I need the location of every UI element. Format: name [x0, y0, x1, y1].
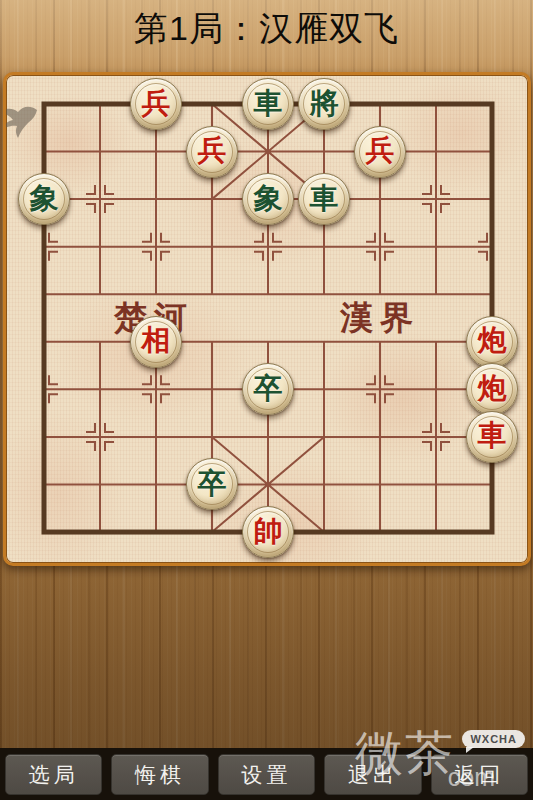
piece-char: 卒	[198, 469, 227, 498]
xiangqi-app: 第1局：汉雁双飞 楚河 漢界 兵車將兵兵象象車相炮卒炮車卒帥 选局 悔棋 设置 …	[0, 0, 533, 800]
piece-char: 帥	[254, 517, 283, 546]
piece-char: 炮	[478, 374, 507, 403]
piece-char: 兵	[142, 89, 171, 118]
piece-char: 卒	[254, 374, 283, 403]
piece-char: 象	[30, 184, 59, 213]
exit-button[interactable]: 退出	[324, 754, 421, 795]
piece-red-soldier[interactable]: 兵	[354, 126, 406, 178]
piece-char: 將	[310, 89, 339, 118]
piece-red-soldier[interactable]: 兵	[186, 126, 238, 178]
piece-black-general[interactable]: 將	[298, 78, 350, 130]
piece-black-elephant[interactable]: 象	[18, 173, 70, 225]
piece-char: 車	[310, 184, 339, 213]
settings-button[interactable]: 设置	[218, 754, 315, 795]
piece-black-soldier[interactable]: 卒	[186, 458, 238, 510]
piece-black-chariot[interactable]: 車	[298, 173, 350, 225]
piece-black-elephant[interactable]: 象	[242, 173, 294, 225]
piece-char: 兵	[366, 136, 395, 165]
piece-char: 象	[254, 184, 283, 213]
piece-red-general[interactable]: 帥	[242, 506, 294, 558]
piece-red-soldier[interactable]: 兵	[130, 78, 182, 130]
select-game-button[interactable]: 选局	[5, 754, 102, 795]
watermark-badge: WXCHA	[462, 730, 525, 748]
back-button[interactable]: 返回	[431, 754, 528, 795]
board-panel: 楚河 漢界 兵車將兵兵象象車相炮卒炮車卒帥	[3, 72, 531, 566]
piece-char: 車	[478, 421, 507, 450]
undo-move-button[interactable]: 悔棋	[111, 754, 208, 795]
piece-char: 相	[142, 326, 171, 355]
title-bar: 第1局：汉雁双飞	[0, 0, 533, 58]
piece-black-soldier[interactable]: 卒	[242, 363, 294, 415]
piece-red-elephant[interactable]: 相	[130, 316, 182, 368]
piece-red-chariot[interactable]: 車	[466, 411, 518, 463]
piece-layer: 兵車將兵兵象象車相炮卒炮車卒帥	[6, 75, 528, 563]
piece-black-chariot[interactable]: 車	[242, 78, 294, 130]
piece-char: 炮	[478, 326, 507, 355]
piece-red-cannon[interactable]: 炮	[466, 316, 518, 368]
piece-char: 兵	[198, 136, 227, 165]
piece-char: 車	[254, 89, 283, 118]
piece-red-cannon[interactable]: 炮	[466, 363, 518, 415]
page-title: 第1局：汉雁双飞	[134, 6, 399, 52]
bottom-toolbar: 选局 悔棋 设置 退出 返回	[0, 748, 533, 800]
